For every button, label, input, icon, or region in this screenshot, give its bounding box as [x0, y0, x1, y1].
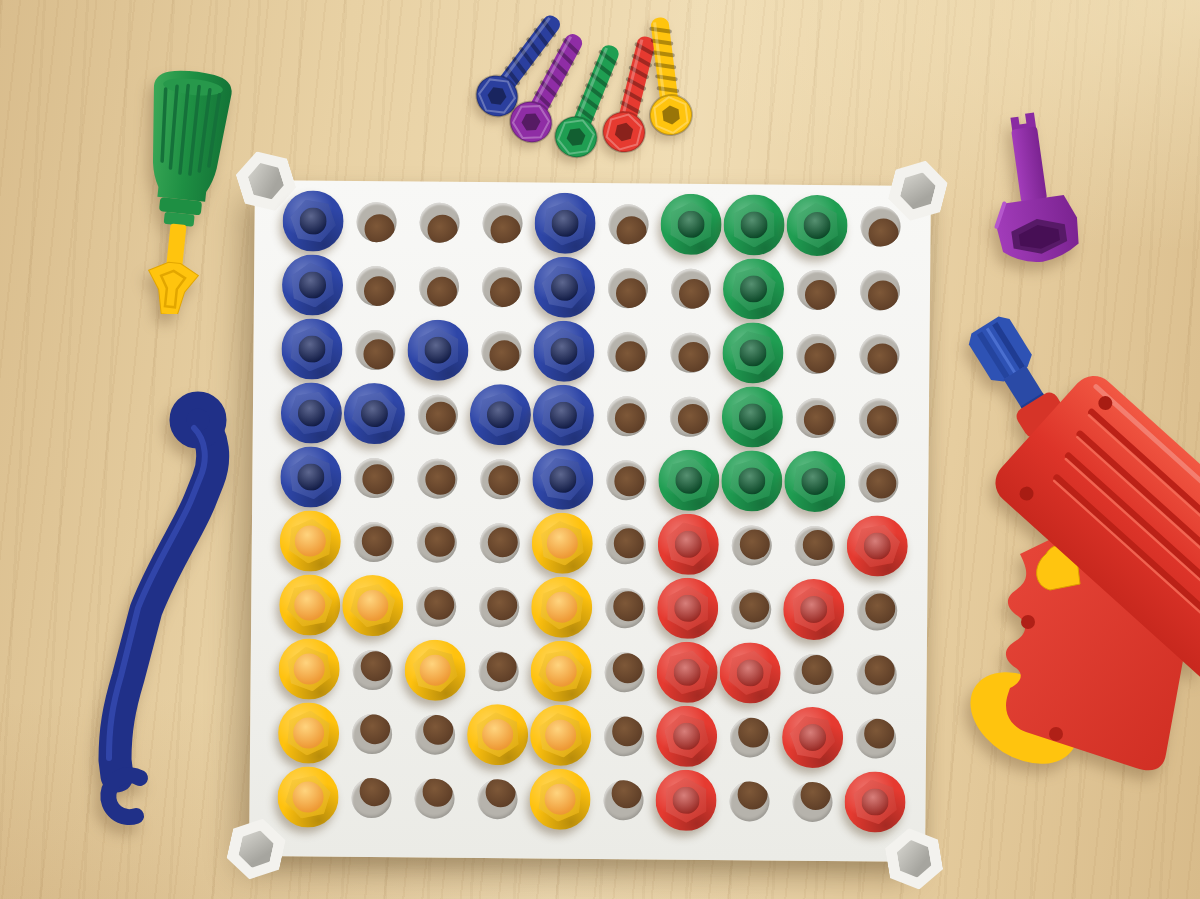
cell-r5c4[interactable] — [468, 447, 532, 512]
hole — [355, 330, 395, 370]
cell-r7c4[interactable] — [467, 575, 531, 640]
cell-r10c5[interactable] — [528, 767, 592, 832]
blue-peg[interactable] — [532, 448, 594, 510]
cell-r9c9[interactable] — [781, 706, 845, 771]
cell-r4c5[interactable] — [532, 383, 596, 448]
hole — [353, 522, 393, 562]
cell-r7c9[interactable] — [782, 578, 846, 643]
blue-peg[interactable] — [534, 193, 596, 255]
hole — [479, 523, 519, 563]
cell-r10c3[interactable] — [402, 766, 466, 831]
hole — [417, 458, 457, 498]
cell-r3c9[interactable] — [784, 322, 848, 387]
hole — [482, 203, 522, 243]
cell-r3c8[interactable] — [721, 321, 785, 386]
cell-r5c2[interactable] — [342, 446, 406, 511]
red-peg[interactable] — [657, 578, 719, 640]
cell-r9c5[interactable] — [529, 703, 593, 768]
cell-r5c8[interactable] — [720, 449, 784, 514]
hole — [608, 204, 648, 244]
hole — [416, 522, 456, 562]
hole — [731, 525, 771, 565]
cell-r3c5[interactable] — [532, 319, 596, 384]
blue-peg[interactable] — [282, 254, 344, 316]
cell-r8c7[interactable] — [655, 641, 719, 706]
hole — [669, 397, 709, 437]
hole — [858, 398, 898, 438]
green-peg[interactable] — [660, 194, 722, 256]
blue-peg[interactable] — [533, 384, 595, 446]
hole — [351, 778, 391, 818]
hole — [859, 334, 899, 374]
hole — [607, 332, 647, 372]
red-peg[interactable] — [783, 579, 845, 641]
cell-r7c8[interactable] — [719, 577, 783, 642]
cell-r8c10[interactable] — [844, 642, 908, 707]
cell-r1c4[interactable] — [470, 191, 534, 256]
cell-r3c7[interactable] — [658, 321, 722, 386]
cell-r10c9[interactable] — [780, 770, 844, 835]
cell-r6c1[interactable] — [279, 509, 343, 574]
cell-r3c1[interactable] — [280, 317, 344, 382]
yellow-peg[interactable] — [342, 575, 404, 637]
cell-r8c8[interactable] — [718, 641, 782, 706]
cell-r5c6[interactable] — [594, 448, 658, 513]
green-peg[interactable] — [721, 450, 783, 512]
hole — [857, 590, 897, 630]
cell-r7c2[interactable] — [341, 574, 405, 639]
cell-r1c2[interactable] — [344, 190, 408, 255]
cell-r1c9[interactable] — [785, 194, 849, 259]
hole — [417, 394, 457, 434]
hole — [859, 270, 899, 310]
hole — [793, 654, 833, 694]
cell-r6c5[interactable] — [531, 511, 595, 576]
green-peg[interactable] — [658, 450, 720, 512]
yellow-peg[interactable] — [277, 766, 339, 828]
cell-r5c5[interactable] — [531, 447, 595, 512]
hole — [729, 781, 769, 821]
cell-r4c1[interactable] — [280, 381, 344, 446]
green-peg[interactable] — [784, 451, 846, 513]
blue-peg[interactable] — [470, 384, 532, 446]
cell-r5c1[interactable] — [279, 445, 343, 510]
yellow-peg[interactable] — [278, 638, 340, 700]
cell-r10c1[interactable] — [276, 765, 340, 830]
red-peg[interactable] — [656, 706, 718, 768]
cell-r10c4[interactable] — [465, 767, 529, 832]
cell-r7c5[interactable] — [530, 575, 594, 640]
red-drill-tool — [928, 298, 1200, 783]
yellow-peg[interactable] — [530, 704, 592, 766]
cell-r6c8[interactable] — [720, 513, 784, 578]
cell-r4c10[interactable] — [847, 386, 911, 451]
hole — [418, 266, 458, 306]
hole — [419, 202, 459, 242]
hole — [478, 651, 518, 691]
cell-r4c9[interactable] — [784, 386, 848, 451]
loose-bolts — [450, 5, 725, 170]
cell-r10c10[interactable] — [843, 770, 907, 835]
cell-r4c6[interactable] — [595, 384, 659, 449]
cell-r1c7[interactable] — [659, 193, 723, 258]
hole — [606, 396, 646, 436]
red-peg[interactable] — [782, 707, 844, 769]
cell-r5c7[interactable] — [657, 449, 721, 514]
hole — [792, 782, 832, 822]
cell-r9c8[interactable] — [718, 705, 782, 770]
cell-r2c9[interactable] — [785, 258, 849, 323]
hole — [477, 779, 517, 819]
red-peg[interactable] — [658, 514, 720, 576]
hole — [356, 202, 396, 242]
cell-r5c9[interactable] — [783, 450, 847, 515]
cell-r2c6[interactable] — [596, 256, 660, 321]
hole — [481, 331, 521, 371]
cell-r9c2[interactable] — [340, 702, 404, 767]
cell-r9c3[interactable] — [403, 702, 467, 767]
cell-r7c6[interactable] — [593, 576, 657, 641]
cell-r4c7[interactable] — [658, 385, 722, 450]
cell-r10c8[interactable] — [717, 769, 781, 834]
hole — [796, 334, 836, 374]
cell-r8c6[interactable] — [592, 640, 656, 705]
green-peg[interactable] — [722, 322, 784, 384]
blue-peg[interactable] — [281, 382, 343, 444]
cell-r10c7[interactable] — [654, 769, 718, 834]
cell-r2c8[interactable] — [722, 257, 786, 322]
yellow-peg[interactable] — [531, 576, 593, 638]
hole — [605, 588, 645, 628]
peg-grid — [276, 189, 912, 834]
cell-r9c7[interactable] — [655, 705, 719, 770]
hole — [481, 267, 521, 307]
blue-crank-handle-tool — [68, 378, 243, 843]
hole — [856, 654, 896, 694]
blue-peg[interactable] — [280, 446, 342, 508]
hole — [351, 714, 391, 754]
hole — [606, 460, 646, 500]
red-peg[interactable] — [844, 771, 906, 833]
cell-r4c4[interactable] — [469, 383, 533, 448]
wood-table-surface — [0, 0, 1200, 899]
cell-r9c6[interactable] — [592, 704, 656, 769]
blue-peg[interactable] — [282, 190, 344, 252]
cell-r1c10[interactable] — [848, 194, 912, 259]
cell-r4c8[interactable] — [721, 385, 785, 450]
cell-r7c10[interactable] — [845, 578, 909, 643]
cell-r5c3[interactable] — [405, 446, 469, 511]
cell-r3c4[interactable] — [469, 319, 533, 384]
cell-r7c7[interactable] — [656, 577, 720, 642]
cell-r8c2[interactable] — [340, 638, 404, 703]
cell-r10c6[interactable] — [591, 768, 655, 833]
red-peg[interactable] — [719, 642, 781, 704]
yellow-peg[interactable] — [279, 574, 341, 636]
green-peg[interactable] — [723, 194, 785, 256]
hole — [605, 524, 645, 564]
cell-r7c3[interactable] — [404, 574, 468, 639]
cell-r2c7[interactable] — [659, 257, 723, 322]
cell-r1c6[interactable] — [596, 192, 660, 257]
cell-r3c3[interactable] — [406, 318, 470, 383]
green-peg[interactable] — [723, 258, 785, 320]
cell-r2c3[interactable] — [407, 254, 471, 319]
blue-peg[interactable] — [344, 383, 406, 445]
blue-peg[interactable] — [534, 257, 596, 319]
hole — [603, 716, 643, 756]
cell-r1c5[interactable] — [533, 191, 597, 256]
hole — [604, 652, 644, 692]
cell-r6c3[interactable] — [405, 510, 469, 575]
green-peg[interactable] — [722, 386, 784, 448]
green-peg[interactable] — [786, 195, 848, 257]
cell-r2c5[interactable] — [533, 255, 597, 320]
hole — [354, 458, 394, 498]
cell-r7c1[interactable] — [278, 573, 342, 638]
hole — [670, 269, 710, 309]
cell-r2c4[interactable] — [470, 255, 534, 320]
cell-r6c4[interactable] — [468, 511, 532, 576]
hole — [794, 526, 834, 566]
hole — [855, 718, 895, 758]
hole — [607, 268, 647, 308]
hole — [729, 717, 769, 757]
cell-r8c4[interactable] — [466, 639, 530, 704]
yellow-peg[interactable] — [529, 768, 591, 830]
hole — [414, 714, 454, 754]
cell-r3c6[interactable] — [595, 320, 659, 385]
red-peg[interactable] — [656, 642, 718, 704]
yellow-peg[interactable] — [532, 512, 594, 574]
hole — [416, 586, 456, 626]
yellow-peg[interactable] — [467, 704, 529, 766]
cell-r8c5[interactable] — [529, 639, 593, 704]
cell-r4c2[interactable] — [343, 382, 407, 447]
cell-r3c2[interactable] — [343, 318, 407, 383]
hole — [860, 206, 900, 246]
blue-peg[interactable] — [533, 321, 595, 383]
blue-peg[interactable] — [281, 318, 343, 380]
cell-r6c6[interactable] — [594, 512, 658, 577]
cell-r9c1[interactable] — [277, 701, 341, 766]
cell-r6c7[interactable] — [657, 513, 721, 578]
cell-r8c1[interactable] — [277, 637, 341, 702]
cell-r6c9[interactable] — [783, 514, 847, 579]
cell-r6c10[interactable] — [846, 514, 910, 579]
hole — [480, 459, 520, 499]
cell-r2c10[interactable] — [848, 258, 912, 323]
cell-r9c4[interactable] — [466, 703, 530, 768]
pegboard — [249, 180, 931, 862]
cell-r8c3[interactable] — [403, 638, 467, 703]
hole — [731, 589, 771, 629]
yellow-peg[interactable] — [280, 510, 342, 572]
yellow-peg[interactable] — [278, 702, 340, 764]
yellow-peg[interactable] — [404, 639, 466, 701]
hole — [795, 398, 835, 438]
green-screwdriver-tool — [130, 64, 260, 314]
cell-r3c10[interactable] — [847, 322, 911, 387]
cell-r1c8[interactable] — [722, 193, 786, 258]
yellow-peg[interactable] — [530, 640, 592, 702]
cell-r10c2[interactable] — [339, 766, 403, 831]
cell-r9c10[interactable] — [844, 706, 908, 771]
cell-r8c9[interactable] — [781, 642, 845, 707]
hole — [603, 780, 643, 820]
hole — [479, 587, 519, 627]
cell-r1c3[interactable] — [407, 190, 471, 255]
purple-socket-tool — [982, 112, 1087, 272]
cell-r1c1[interactable] — [281, 189, 345, 254]
cell-r2c2[interactable] — [344, 254, 408, 319]
red-peg[interactable] — [847, 515, 909, 577]
red-peg[interactable] — [655, 770, 717, 832]
cell-r2c1[interactable] — [281, 253, 345, 318]
hole — [352, 650, 392, 690]
hole — [858, 462, 898, 502]
cell-r6c2[interactable] — [342, 510, 406, 575]
blue-peg[interactable] — [407, 319, 469, 381]
cell-r4c3[interactable] — [406, 382, 470, 447]
hole — [414, 778, 454, 818]
cell-r5c10[interactable] — [846, 450, 910, 515]
hole — [355, 266, 395, 306]
hole — [670, 333, 710, 373]
hole — [796, 270, 836, 310]
